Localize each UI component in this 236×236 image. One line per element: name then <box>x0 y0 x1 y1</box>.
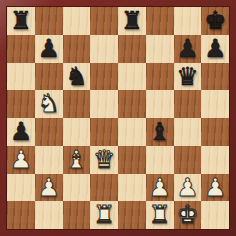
square-a8[interactable]: ♜ <box>7 7 35 35</box>
piece-white-pawn-a3[interactable]: ♟ <box>10 145 32 173</box>
square-e2[interactable] <box>118 174 146 202</box>
square-g2[interactable]: ♟ <box>174 174 202 202</box>
square-g5[interactable] <box>174 90 202 118</box>
piece-white-king-g1[interactable]: ♚ <box>176 201 198 229</box>
square-c2[interactable] <box>63 174 91 202</box>
square-a7[interactable] <box>7 35 35 63</box>
square-a6[interactable] <box>7 63 35 91</box>
square-f6[interactable] <box>146 63 174 91</box>
square-d4[interactable] <box>90 118 118 146</box>
square-h6[interactable] <box>201 63 229 91</box>
square-d3[interactable]: ♛ <box>90 146 118 174</box>
piece-black-queen-g6[interactable]: ♛ <box>176 62 198 90</box>
piece-black-rook-e8[interactable]: ♜ <box>121 7 143 35</box>
piece-white-bishop-c3[interactable]: ♝ <box>65 145 87 173</box>
piece-white-pawn-f2[interactable]: ♟ <box>148 173 170 201</box>
piece-white-rook-d1[interactable]: ♜ <box>93 201 115 229</box>
square-f3[interactable] <box>146 146 174 174</box>
piece-black-pawn-b7[interactable]: ♟ <box>37 34 59 62</box>
square-b4[interactable] <box>35 118 63 146</box>
square-d5[interactable] <box>90 90 118 118</box>
square-e3[interactable] <box>118 146 146 174</box>
square-c1[interactable] <box>63 201 91 229</box>
square-b5[interactable]: ♞ <box>35 90 63 118</box>
square-b8[interactable] <box>35 7 63 35</box>
square-e7[interactable] <box>118 35 146 63</box>
piece-white-rook-f1[interactable]: ♜ <box>148 201 170 229</box>
piece-white-knight-b5[interactable]: ♞ <box>37 90 59 118</box>
square-f5[interactable] <box>146 90 174 118</box>
piece-black-pawn-h7[interactable]: ♟ <box>204 34 226 62</box>
square-c3[interactable]: ♝ <box>63 146 91 174</box>
square-g4[interactable] <box>174 118 202 146</box>
square-a2[interactable] <box>7 174 35 202</box>
piece-black-pawn-a4[interactable]: ♟ <box>10 118 32 146</box>
square-g8[interactable] <box>174 7 202 35</box>
square-c6[interactable]: ♞ <box>63 63 91 91</box>
piece-white-pawn-h2[interactable]: ♟ <box>204 173 226 201</box>
square-h1[interactable] <box>201 201 229 229</box>
chess-board-frame: ♜♜♚♟♟♟♞♛♞♟♝♟♝♛♟♟♟♟♜♜♚ <box>0 0 236 236</box>
square-d7[interactable] <box>90 35 118 63</box>
square-e8[interactable]: ♜ <box>118 7 146 35</box>
square-e1[interactable] <box>118 201 146 229</box>
square-h5[interactable] <box>201 90 229 118</box>
chess-board: ♜♜♚♟♟♟♞♛♞♟♝♟♝♛♟♟♟♟♜♜♚ <box>7 7 229 229</box>
square-b3[interactable] <box>35 146 63 174</box>
square-e4[interactable] <box>118 118 146 146</box>
square-b7[interactable]: ♟ <box>35 35 63 63</box>
square-e6[interactable] <box>118 63 146 91</box>
square-f7[interactable] <box>146 35 174 63</box>
square-g3[interactable] <box>174 146 202 174</box>
square-e5[interactable] <box>118 90 146 118</box>
piece-black-rook-a8[interactable]: ♜ <box>10 7 32 35</box>
square-c5[interactable] <box>63 90 91 118</box>
piece-black-king-h8[interactable]: ♚ <box>204 7 226 35</box>
square-d8[interactable] <box>90 7 118 35</box>
square-b6[interactable] <box>35 63 63 91</box>
square-g7[interactable]: ♟ <box>174 35 202 63</box>
piece-white-pawn-b2[interactable]: ♟ <box>37 173 59 201</box>
square-c8[interactable] <box>63 7 91 35</box>
square-f4[interactable]: ♝ <box>146 118 174 146</box>
square-d2[interactable] <box>90 174 118 202</box>
piece-white-pawn-g2[interactable]: ♟ <box>176 173 198 201</box>
square-d6[interactable] <box>90 63 118 91</box>
square-f1[interactable]: ♜ <box>146 201 174 229</box>
piece-black-knight-c6[interactable]: ♞ <box>65 62 87 90</box>
square-c7[interactable] <box>63 35 91 63</box>
square-h7[interactable]: ♟ <box>201 35 229 63</box>
square-a5[interactable] <box>7 90 35 118</box>
square-b2[interactable]: ♟ <box>35 174 63 202</box>
square-h4[interactable] <box>201 118 229 146</box>
square-a3[interactable]: ♟ <box>7 146 35 174</box>
square-f8[interactable] <box>146 7 174 35</box>
square-b1[interactable] <box>35 201 63 229</box>
piece-black-bishop-f4[interactable]: ♝ <box>148 118 170 146</box>
square-c4[interactable] <box>63 118 91 146</box>
square-a4[interactable]: ♟ <box>7 118 35 146</box>
square-h3[interactable] <box>201 146 229 174</box>
square-g6[interactable]: ♛ <box>174 63 202 91</box>
square-d1[interactable]: ♜ <box>90 201 118 229</box>
square-h2[interactable]: ♟ <box>201 174 229 202</box>
piece-black-pawn-g7[interactable]: ♟ <box>176 34 198 62</box>
square-g1[interactable]: ♚ <box>174 201 202 229</box>
piece-white-queen-d3[interactable]: ♛ <box>93 145 115 173</box>
square-a1[interactable] <box>7 201 35 229</box>
square-h8[interactable]: ♚ <box>201 7 229 35</box>
square-f2[interactable]: ♟ <box>146 174 174 202</box>
